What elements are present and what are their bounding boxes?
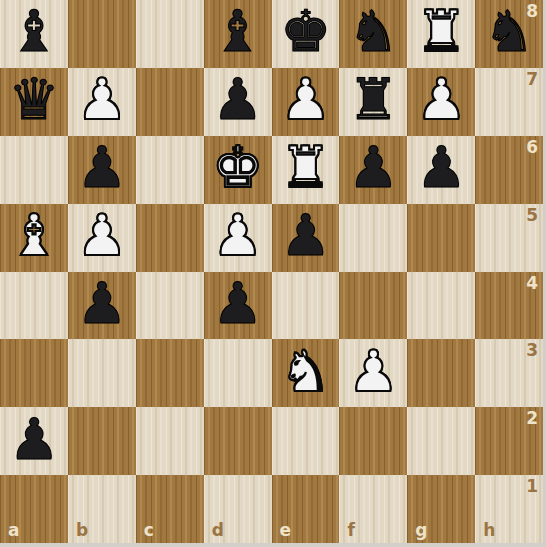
square-d6[interactable]: ♚ [204,136,272,204]
square-f6[interactable]: ♟ [339,136,407,204]
piece-white-pawn[interactable]: ♟ [348,343,399,400]
piece-white-bishop[interactable]: ♝ [8,207,59,264]
piece-black-pawn[interactable]: ♟ [212,275,263,332]
square-c2[interactable] [136,407,204,475]
rank-label-7: 7 [526,71,538,88]
square-a3[interactable] [0,339,68,407]
piece-white-pawn[interactable]: ♟ [212,207,263,264]
square-h2[interactable]: 2 [475,407,543,475]
piece-black-king[interactable]: ♚ [280,3,331,60]
square-g6[interactable]: ♟ [407,136,475,204]
square-h1[interactable]: 1h [475,475,543,543]
file-label-a: a [8,522,19,539]
square-d4[interactable]: ♟ [204,272,272,340]
chess-board: ♝♝♚♞♜♞8♛♟♟♟♜♟7♟♚♜♟♟6♝♟♟♟5♟♟4♞♟3♟2abcdefg… [0,0,543,543]
square-c3[interactable] [136,339,204,407]
file-label-b: b [76,522,88,539]
piece-white-pawn[interactable]: ♟ [76,71,127,128]
square-b3[interactable] [68,339,136,407]
piece-black-knight[interactable]: ♞ [348,3,399,60]
square-c8[interactable] [136,0,204,68]
square-d2[interactable] [204,407,272,475]
square-a5[interactable]: ♝ [0,204,68,272]
square-h6[interactable]: 6 [475,136,543,204]
piece-white-rook[interactable]: ♜ [416,3,467,60]
rank-label-8: 8 [526,3,538,20]
square-a2[interactable]: ♟ [0,407,68,475]
square-c7[interactable] [136,68,204,136]
square-a6[interactable] [0,136,68,204]
piece-white-rook[interactable]: ♜ [280,139,331,196]
square-b1[interactable]: b [68,475,136,543]
square-h7[interactable]: 7 [475,68,543,136]
piece-black-pawn[interactable]: ♟ [348,139,399,196]
file-label-h: h [483,522,495,539]
square-f4[interactable] [339,272,407,340]
square-f2[interactable] [339,407,407,475]
piece-black-pawn[interactable]: ♟ [212,71,263,128]
chess-app-window: ♝♝♚♞♜♞8♛♟♟♟♜♟7♟♚♜♟♟6♝♟♟♟5♟♟4♞♟3♟2abcdefg… [0,0,546,547]
square-a8[interactable]: ♝ [0,0,68,68]
square-e6[interactable]: ♜ [272,136,340,204]
square-f7[interactable]: ♜ [339,68,407,136]
square-g3[interactable] [407,339,475,407]
square-b8[interactable] [68,0,136,68]
square-d7[interactable]: ♟ [204,68,272,136]
square-f5[interactable] [339,204,407,272]
piece-white-pawn[interactable]: ♟ [416,71,467,128]
square-h5[interactable]: 5 [475,204,543,272]
file-label-f: f [347,522,354,539]
rank-label-3: 3 [526,342,538,359]
rank-label-5: 5 [526,207,538,224]
square-e4[interactable] [272,272,340,340]
piece-black-pawn[interactable]: ♟ [416,139,467,196]
piece-black-pawn[interactable]: ♟ [76,139,127,196]
square-a1[interactable]: a [0,475,68,543]
rank-label-2: 2 [526,410,538,427]
square-e3[interactable]: ♞ [272,339,340,407]
piece-black-pawn[interactable]: ♟ [76,275,127,332]
piece-black-pawn[interactable]: ♟ [8,411,59,468]
square-f8[interactable]: ♞ [339,0,407,68]
square-b5[interactable]: ♟ [68,204,136,272]
square-f1[interactable]: f [339,475,407,543]
piece-black-bishop[interactable]: ♝ [212,3,263,60]
square-e5[interactable]: ♟ [272,204,340,272]
square-b7[interactable]: ♟ [68,68,136,136]
square-g1[interactable]: g [407,475,475,543]
piece-black-queen[interactable]: ♛ [8,71,59,128]
square-c1[interactable]: c [136,475,204,543]
square-b4[interactable]: ♟ [68,272,136,340]
square-d8[interactable]: ♝ [204,0,272,68]
piece-white-king[interactable]: ♚ [212,139,263,196]
piece-black-rook[interactable]: ♜ [348,71,399,128]
piece-white-pawn[interactable]: ♟ [280,71,331,128]
square-f3[interactable]: ♟ [339,339,407,407]
file-label-d: d [212,522,224,539]
rank-label-6: 6 [526,139,538,156]
file-label-e: e [280,522,292,539]
file-label-g: g [415,522,427,539]
piece-black-bishop[interactable]: ♝ [8,3,59,60]
square-a4[interactable] [0,272,68,340]
square-b2[interactable] [68,407,136,475]
square-h8[interactable]: ♞8 [475,0,543,68]
square-d1[interactable]: d [204,475,272,543]
file-label-c: c [144,522,154,539]
square-g5[interactable] [407,204,475,272]
rank-label-1: 1 [526,478,538,495]
piece-white-knight[interactable]: ♞ [280,343,331,400]
square-e2[interactable] [272,407,340,475]
square-h3[interactable]: 3 [475,339,543,407]
square-b6[interactable]: ♟ [68,136,136,204]
square-c5[interactable] [136,204,204,272]
square-g4[interactable] [407,272,475,340]
square-h4[interactable]: 4 [475,272,543,340]
piece-black-pawn[interactable]: ♟ [280,207,331,264]
square-d3[interactable] [204,339,272,407]
piece-white-pawn[interactable]: ♟ [76,207,127,264]
square-a7[interactable]: ♛ [0,68,68,136]
square-g8[interactable]: ♜ [407,0,475,68]
rank-label-4: 4 [526,275,538,292]
square-c4[interactable] [136,272,204,340]
square-e8[interactable]: ♚ [272,0,340,68]
square-c6[interactable] [136,136,204,204]
square-g7[interactable]: ♟ [407,68,475,136]
square-g2[interactable] [407,407,475,475]
square-e7[interactable]: ♟ [272,68,340,136]
square-e1[interactable]: e [272,475,340,543]
square-d5[interactable]: ♟ [204,204,272,272]
